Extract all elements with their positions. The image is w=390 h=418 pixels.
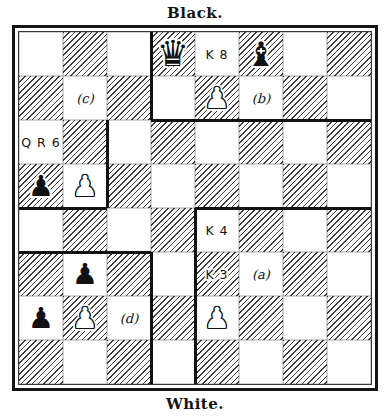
square-label-f7: (b) <box>252 91 270 106</box>
square-h3 <box>327 252 371 296</box>
square-f3: (a) <box>239 252 283 296</box>
square-c5 <box>107 164 151 208</box>
black-side-label: Black. <box>167 6 223 21</box>
chess-board: ♛K 8♝(c)♟(b)Q R 6♟♟K 4♟K 3(a)♟♟(d)♟ <box>19 32 371 384</box>
square-f8: ♝ <box>239 32 283 76</box>
square-a7 <box>19 76 63 120</box>
square-h1 <box>327 340 371 384</box>
white-pawn-e7: ♟ <box>204 84 230 113</box>
white-pawn-e2: ♟ <box>204 304 230 333</box>
square-b7: (c) <box>63 76 107 120</box>
square-h2 <box>327 296 371 340</box>
white-side-label: White. <box>166 397 224 412</box>
square-f6 <box>239 120 283 164</box>
square-b4 <box>63 208 107 252</box>
square-e6 <box>195 120 239 164</box>
square-g7 <box>283 76 327 120</box>
square-c4 <box>107 208 151 252</box>
square-a5: ♟ <box>19 164 63 208</box>
square-b3: ♟ <box>63 252 107 296</box>
white-pawn-b2: ♟ <box>72 304 98 333</box>
square-e7: ♟ <box>195 76 239 120</box>
square-c1 <box>107 340 151 384</box>
square-b2: ♟ <box>63 296 107 340</box>
square-f1 <box>239 340 283 384</box>
square-b8 <box>63 32 107 76</box>
black-pawn-b3: ♟ <box>72 260 98 289</box>
square-h8 <box>327 32 371 76</box>
square-c3 <box>107 252 151 296</box>
square-g5 <box>283 164 327 208</box>
square-d1 <box>151 340 195 384</box>
square-label-a6: Q R 6 <box>21 135 60 150</box>
square-d5 <box>151 164 195 208</box>
black-pawn-a5: ♟ <box>28 172 54 201</box>
square-label-c2: (d) <box>120 311 138 326</box>
square-b5: ♟ <box>63 164 107 208</box>
square-a4 <box>19 208 63 252</box>
square-a1 <box>19 340 63 384</box>
square-f5 <box>239 164 283 208</box>
square-b6 <box>63 120 107 164</box>
square-a8 <box>19 32 63 76</box>
square-f7: (b) <box>239 76 283 120</box>
square-g4 <box>283 208 327 252</box>
black-bishop-f8: ♝ <box>246 37 276 71</box>
square-g6 <box>283 120 327 164</box>
square-e2: ♟ <box>195 296 239 340</box>
square-g1 <box>283 340 327 384</box>
square-f4 <box>239 208 283 252</box>
black-pawn-a2: ♟ <box>28 304 54 333</box>
square-h7 <box>327 76 371 120</box>
square-e1 <box>195 340 239 384</box>
square-d2 <box>151 296 195 340</box>
square-e8: K 8 <box>195 32 239 76</box>
square-e3: K 3 <box>195 252 239 296</box>
square-label-f3: (a) <box>252 267 270 282</box>
square-h5 <box>327 164 371 208</box>
square-d4 <box>151 208 195 252</box>
square-c7 <box>107 76 151 120</box>
square-label-b7: (c) <box>76 91 93 106</box>
square-e4: K 4 <box>195 208 239 252</box>
square-d7 <box>151 76 195 120</box>
square-d8: ♛ <box>151 32 195 76</box>
square-d3 <box>151 252 195 296</box>
square-g3 <box>283 252 327 296</box>
square-c8 <box>107 32 151 76</box>
square-h4 <box>327 208 371 252</box>
square-a2: ♟ <box>19 296 63 340</box>
square-label-e3: K 3 <box>205 267 228 282</box>
square-g2 <box>283 296 327 340</box>
square-a3 <box>19 252 63 296</box>
square-h6 <box>327 120 371 164</box>
square-a6: Q R 6 <box>19 120 63 164</box>
board-frame: ♛K 8♝(c)♟(b)Q R 6♟♟K 4♟K 3(a)♟♟(d)♟ <box>12 25 378 391</box>
board-inner-frame: ♛K 8♝(c)♟(b)Q R 6♟♟K 4♟K 3(a)♟♟(d)♟ <box>18 31 372 385</box>
square-e5 <box>195 164 239 208</box>
square-c2: (d) <box>107 296 151 340</box>
white-pawn-b5: ♟ <box>72 172 98 201</box>
square-g8 <box>283 32 327 76</box>
black-queen-d8: ♛ <box>157 36 189 72</box>
square-label-e8: K 8 <box>205 47 228 62</box>
square-c6 <box>107 120 151 164</box>
square-f2 <box>239 296 283 340</box>
square-label-e4: K 4 <box>205 223 228 238</box>
square-b1 <box>63 340 107 384</box>
square-d6 <box>151 120 195 164</box>
